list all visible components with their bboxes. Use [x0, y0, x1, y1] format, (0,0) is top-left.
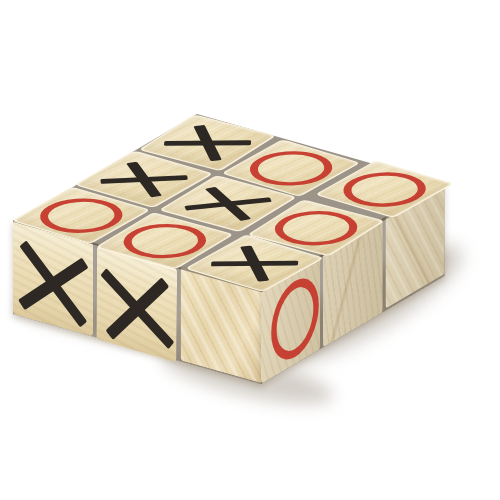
mark-x [154, 121, 261, 165]
mark-x [91, 158, 197, 202]
product-photo-scene [0, 0, 500, 500]
mark-x [98, 260, 177, 356]
mark-x [14, 231, 91, 335]
mark-x [177, 183, 280, 225]
